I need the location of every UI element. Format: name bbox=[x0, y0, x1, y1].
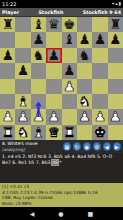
square-e6[interactable] bbox=[62, 48, 77, 63]
square-a6[interactable]: ♟ bbox=[0, 48, 15, 63]
square-b1[interactable]: ♞ bbox=[15, 125, 30, 140]
square-b2[interactable]: ♟ bbox=[15, 109, 30, 124]
square-e3[interactable] bbox=[62, 94, 77, 109]
black-pawn: ♟ bbox=[77, 32, 92, 47]
redo-move-button[interactable]: ▶ bbox=[113, 142, 122, 151]
square-g7[interactable]: ♟ bbox=[92, 32, 107, 47]
square-e7[interactable]: ♝ bbox=[62, 32, 77, 47]
flip-board-button[interactable]: ↻ bbox=[73, 142, 82, 151]
droidfish-app: 11:22 ▾▴▮ Player Stockfish Stockfish 9 6… bbox=[0, 0, 123, 220]
square-e4[interactable]: ♟ bbox=[62, 79, 77, 94]
square-d3[interactable] bbox=[46, 94, 61, 109]
square-e5[interactable]: ♟ bbox=[62, 63, 77, 78]
settings-button[interactable]: ⚙ bbox=[93, 142, 102, 151]
white-bishop: ♝ bbox=[31, 125, 46, 140]
white-pawn: ♟ bbox=[0, 109, 15, 124]
white-knight: ♞ bbox=[15, 125, 30, 140]
square-f2[interactable]: ♟ bbox=[77, 109, 92, 124]
square-a5[interactable] bbox=[0, 63, 15, 78]
square-g4[interactable] bbox=[92, 79, 107, 94]
square-c3[interactable] bbox=[31, 94, 46, 109]
square-a2[interactable]: ♟ bbox=[0, 109, 15, 124]
square-d5[interactable] bbox=[46, 63, 61, 78]
board[interactable]: ♜♝♛♚♜♟♝♟♟♟♟♞♟♞♟♟♟♝♞♟♟♟♟♟♟♟♜♞♝♛♜♚ bbox=[0, 17, 123, 140]
black-queen: ♛ bbox=[46, 17, 61, 32]
engine-output-panel[interactable]: [1] +0.41 c3d:17/45 2:23 t:4:39 n:7556k … bbox=[0, 183, 123, 207]
status-row: 8. White's move (analyzing) ▦↻◉⚙◀▶ bbox=[0, 140, 123, 153]
square-e2[interactable] bbox=[62, 109, 77, 124]
toolbar: ▦↻◉⚙◀▶ bbox=[63, 142, 122, 151]
white-bishop: ♝ bbox=[15, 94, 30, 109]
signal-icon: ▴ bbox=[115, 0, 117, 8]
square-c7[interactable]: ♟ bbox=[31, 32, 46, 47]
square-c6[interactable]: ♞ bbox=[31, 48, 46, 63]
white-rook: ♜ bbox=[62, 125, 77, 140]
square-f3[interactable]: ♞ bbox=[77, 94, 92, 109]
square-c1[interactable]: ♝ bbox=[31, 125, 46, 140]
square-f6[interactable]: ♞ bbox=[77, 48, 92, 63]
square-b7[interactable] bbox=[15, 32, 30, 47]
white-queen: ♛ bbox=[46, 125, 61, 140]
square-g5[interactable] bbox=[92, 63, 107, 78]
white-player-name: Player bbox=[2, 10, 19, 15]
square-a8[interactable]: ♜ bbox=[0, 17, 15, 32]
square-h8[interactable]: ♜ bbox=[108, 17, 123, 32]
square-d6[interactable]: ♟ bbox=[46, 48, 61, 63]
white-pawn: ♟ bbox=[15, 109, 30, 124]
square-b6[interactable] bbox=[15, 48, 30, 63]
square-g3[interactable] bbox=[92, 94, 107, 109]
battery-icon: ▮ bbox=[119, 0, 121, 8]
square-h5[interactable] bbox=[108, 63, 123, 78]
white-pawn: ♟ bbox=[92, 109, 107, 124]
white-pawn: ♟ bbox=[31, 109, 46, 124]
square-c4[interactable] bbox=[31, 79, 46, 94]
square-e8[interactable]: ♚ bbox=[62, 17, 77, 32]
black-pawn: ♟ bbox=[31, 32, 46, 47]
square-f7[interactable]: ♟ bbox=[77, 32, 92, 47]
square-g2[interactable]: ♟ bbox=[92, 109, 107, 124]
square-h1[interactable] bbox=[108, 125, 123, 140]
square-f4[interactable] bbox=[77, 79, 92, 94]
white-pawn: ♟ bbox=[108, 109, 123, 124]
square-b5[interactable]: ♟ bbox=[15, 63, 30, 78]
white-pawn: ♟ bbox=[46, 109, 61, 124]
black-pawn: ♟ bbox=[15, 63, 30, 78]
white-knight: ♞ bbox=[77, 94, 92, 109]
analysis-button[interactable]: ◉ bbox=[83, 142, 92, 151]
square-c8[interactable]: ♝ bbox=[31, 17, 46, 32]
home-button[interactable]: ● bbox=[58, 207, 63, 220]
android-nav-bar: ◀●■ bbox=[0, 207, 123, 220]
wifi-icon: ▾ bbox=[112, 0, 114, 8]
game-result-marker: * bbox=[58, 160, 62, 165]
black-bishop: ♝ bbox=[62, 32, 77, 47]
android-status-bar: 11:22 ▾▴▮ bbox=[0, 0, 123, 8]
black-king: ♚ bbox=[62, 17, 77, 32]
black-pawn: ♟ bbox=[0, 48, 15, 63]
black-knight: ♞ bbox=[77, 48, 92, 63]
square-h3[interactable] bbox=[108, 94, 123, 109]
square-d1[interactable]: ♛ bbox=[46, 125, 61, 140]
black-pawn: ♟ bbox=[62, 63, 77, 78]
move-list[interactable]: 1. e4 e5 2. Nf3 Nc6 3. Bb5 a6 4. Ba4 Nf6… bbox=[0, 153, 123, 183]
square-c2[interactable]: ♟ bbox=[31, 109, 46, 124]
square-a4[interactable] bbox=[0, 79, 15, 94]
clock-time: 11:22 bbox=[2, 1, 16, 7]
game-status: 8. White's move (analyzing) bbox=[2, 141, 38, 152]
square-d2[interactable]: ♟ bbox=[46, 109, 61, 124]
square-h6[interactable] bbox=[108, 48, 123, 63]
square-a1[interactable]: ♜ bbox=[0, 125, 15, 140]
engine-line-4: Book: c3:98% bbox=[2, 201, 121, 207]
black-player-name: Stockfish bbox=[38, 10, 63, 15]
board-mode-button[interactable]: ▦ bbox=[63, 142, 72, 151]
white-pawn: ♟ bbox=[62, 79, 77, 94]
square-b3[interactable]: ♝ bbox=[15, 94, 30, 109]
engine-state-label: (analyzing) bbox=[2, 147, 38, 152]
back-button[interactable]: ◀ bbox=[30, 207, 35, 220]
black-rook: ♜ bbox=[108, 17, 123, 32]
square-c5[interactable] bbox=[31, 63, 46, 78]
square-e1[interactable]: ♜ bbox=[62, 125, 77, 140]
game-header: Player Stockfish Stockfish 9 64 bbox=[0, 8, 123, 17]
status-icons: ▾▴▮ bbox=[112, 0, 121, 8]
white-rook: ♜ bbox=[0, 125, 15, 140]
black-rook: ♜ bbox=[0, 17, 15, 32]
square-a7[interactable] bbox=[0, 32, 15, 47]
square-d8[interactable]: ♛ bbox=[46, 17, 61, 32]
square-h7[interactable]: ♟ bbox=[108, 32, 123, 47]
black-pawn: ♟ bbox=[92, 32, 107, 47]
black-pawn: ♟ bbox=[108, 32, 123, 47]
square-b8[interactable] bbox=[15, 17, 30, 32]
square-g6[interactable] bbox=[92, 48, 107, 63]
square-b4[interactable] bbox=[15, 79, 30, 94]
square-h4[interactable] bbox=[108, 79, 123, 94]
square-g8[interactable] bbox=[92, 17, 107, 32]
square-f5[interactable] bbox=[77, 63, 92, 78]
undo-move-button[interactable]: ◀ bbox=[103, 142, 112, 151]
square-a3[interactable] bbox=[0, 94, 15, 109]
square-h2[interactable]: ♟ bbox=[108, 109, 123, 124]
square-d4[interactable] bbox=[46, 79, 61, 94]
square-f1[interactable] bbox=[77, 125, 92, 140]
square-g1[interactable]: ♚ bbox=[92, 125, 107, 140]
square-f8[interactable] bbox=[77, 17, 92, 32]
white-king: ♚ bbox=[92, 125, 107, 140]
recents-button[interactable]: ■ bbox=[88, 207, 94, 220]
engine-name-label: Stockfish 9 64 bbox=[83, 10, 121, 15]
black-bishop: ♝ bbox=[31, 17, 46, 32]
square-d7[interactable] bbox=[46, 32, 61, 47]
black-pawn: ♟ bbox=[46, 48, 61, 63]
white-pawn: ♟ bbox=[77, 109, 92, 124]
black-knight: ♞ bbox=[31, 48, 46, 63]
